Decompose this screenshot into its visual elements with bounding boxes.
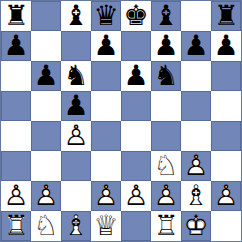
square-a3[interactable] (1, 151, 31, 181)
square-d5[interactable] (91, 91, 121, 121)
square-b4[interactable] (31, 121, 61, 151)
square-e2[interactable]: ♟♙ (121, 181, 151, 211)
black-pawn-icon[interactable]: ♟ (121, 61, 151, 91)
black-king-icon[interactable]: ♚ (121, 1, 151, 31)
black-pawn-icon[interactable]: ♟ (31, 61, 61, 91)
square-e3[interactable] (121, 151, 151, 181)
square-a8[interactable]: ♜ (1, 1, 31, 31)
square-c5[interactable]: ♟ (61, 91, 91, 121)
black-queen-icon[interactable]: ♛ (91, 1, 121, 31)
square-g6[interactable] (181, 61, 211, 91)
square-b2[interactable]: ♟♙ (31, 181, 61, 211)
square-f5[interactable] (151, 91, 181, 121)
black-pawn-icon[interactable]: ♟ (211, 31, 241, 61)
square-e5[interactable] (121, 91, 151, 121)
white-pawn-icon[interactable]: ♙ (211, 181, 241, 211)
square-a6[interactable] (1, 61, 31, 91)
square-g8[interactable] (181, 1, 211, 31)
square-f6[interactable]: ♞ (151, 61, 181, 91)
white-king-icon[interactable]: ♔ (181, 211, 211, 241)
square-c3[interactable] (61, 151, 91, 181)
square-c6[interactable]: ♞ (61, 61, 91, 91)
black-pawn-icon[interactable]: ♟ (1, 31, 31, 61)
black-knight-icon[interactable]: ♞ (151, 61, 181, 91)
black-pawn-icon[interactable]: ♟ (151, 31, 181, 61)
square-f2[interactable]: ♟♙ (151, 181, 181, 211)
square-d7[interactable]: ♟ (91, 31, 121, 61)
white-pawn-icon[interactable]: ♙ (181, 151, 211, 181)
square-d2[interactable]: ♟♙ (91, 181, 121, 211)
square-e4[interactable] (121, 121, 151, 151)
square-b8[interactable] (31, 1, 61, 31)
square-g7[interactable]: ♟ (181, 31, 211, 61)
white-pawn-icon[interactable]: ♙ (91, 181, 121, 211)
white-bishop-icon[interactable]: ♗ (181, 181, 211, 211)
square-h5[interactable] (211, 91, 241, 121)
square-d4[interactable] (91, 121, 121, 151)
black-rook-icon[interactable]: ♜ (1, 1, 31, 31)
square-a1[interactable]: ♜♖ (1, 211, 31, 241)
square-g3[interactable]: ♟♙ (181, 151, 211, 181)
square-h1[interactable] (211, 211, 241, 241)
square-b3[interactable] (31, 151, 61, 181)
square-d8[interactable]: ♛ (91, 1, 121, 31)
square-a5[interactable] (1, 91, 31, 121)
square-b5[interactable] (31, 91, 61, 121)
square-h7[interactable]: ♟ (211, 31, 241, 61)
square-g4[interactable] (181, 121, 211, 151)
square-e8[interactable]: ♚ (121, 1, 151, 31)
white-rook-icon[interactable]: ♖ (1, 211, 31, 241)
black-pawn-icon[interactable]: ♟ (181, 31, 211, 61)
square-g1[interactable]: ♚♔ (181, 211, 211, 241)
square-c4[interactable]: ♟♙ (61, 121, 91, 151)
square-f1[interactable]: ♜♖ (151, 211, 181, 241)
square-f8[interactable]: ♝ (151, 1, 181, 31)
square-b7[interactable] (31, 31, 61, 61)
square-e7[interactable] (121, 31, 151, 61)
white-knight-icon[interactable]: ♘ (31, 211, 61, 241)
white-bishop-icon[interactable]: ♗ (61, 211, 91, 241)
square-c2[interactable] (61, 181, 91, 211)
square-f7[interactable]: ♟ (151, 31, 181, 61)
white-pawn-icon[interactable]: ♙ (1, 181, 31, 211)
white-pawn-icon[interactable]: ♙ (61, 121, 91, 151)
black-bishop-icon[interactable]: ♝ (61, 1, 91, 31)
black-bishop-icon[interactable]: ♝ (151, 1, 181, 31)
square-e1[interactable] (121, 211, 151, 241)
square-d3[interactable] (91, 151, 121, 181)
square-c8[interactable]: ♝ (61, 1, 91, 31)
square-b1[interactable]: ♞♘ (31, 211, 61, 241)
black-knight-icon[interactable]: ♞ (61, 61, 91, 91)
white-pawn-icon[interactable]: ♙ (31, 181, 61, 211)
white-pawn-icon[interactable]: ♙ (121, 181, 151, 211)
square-f3[interactable]: ♞♘ (151, 151, 181, 181)
black-pawn-icon[interactable]: ♟ (61, 91, 91, 121)
square-c7[interactable] (61, 31, 91, 61)
square-b6[interactable]: ♟ (31, 61, 61, 91)
square-h8[interactable]: ♜ (211, 1, 241, 31)
square-d6[interactable] (91, 61, 121, 91)
square-c1[interactable]: ♝♗ (61, 211, 91, 241)
square-f4[interactable] (151, 121, 181, 151)
square-h6[interactable] (211, 61, 241, 91)
square-g5[interactable] (181, 91, 211, 121)
square-h4[interactable] (211, 121, 241, 151)
square-a4[interactable] (1, 121, 31, 151)
black-rook-icon[interactable]: ♜ (211, 1, 241, 31)
square-d1[interactable]: ♛♕ (91, 211, 121, 241)
white-knight-icon[interactable]: ♘ (151, 151, 181, 181)
white-rook-icon[interactable]: ♖ (151, 211, 181, 241)
chess-board: ♜♝♛♚♝♜♟♟♟♟♟♟♞♟♞♟♟♙♞♘♟♙♟♙♟♙♟♙♟♙♟♙♝♗♟♙♜♖♞♘… (0, 0, 242, 242)
square-a7[interactable]: ♟ (1, 31, 31, 61)
black-pawn-icon[interactable]: ♟ (91, 31, 121, 61)
square-e6[interactable]: ♟ (121, 61, 151, 91)
square-h2[interactable]: ♟♙ (211, 181, 241, 211)
square-g2[interactable]: ♝♗ (181, 181, 211, 211)
white-queen-icon[interactable]: ♕ (91, 211, 121, 241)
square-h3[interactable] (211, 151, 241, 181)
white-pawn-icon[interactable]: ♙ (151, 181, 181, 211)
square-a2[interactable]: ♟♙ (1, 181, 31, 211)
